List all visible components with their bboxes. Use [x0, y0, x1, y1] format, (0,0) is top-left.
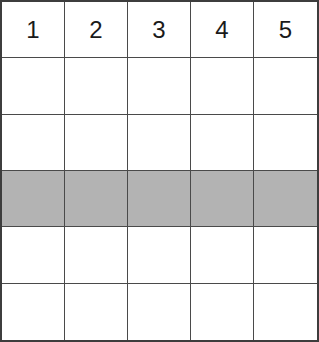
grid-cell-r4-c3[interactable]	[191, 227, 254, 283]
grid-cell-r2-c2[interactable]	[128, 115, 191, 171]
puzzle-grid-board: 12345	[0, 0, 319, 342]
grid-cell-r0-c0[interactable]: 1	[2, 2, 65, 58]
grid-cell-r4-c4[interactable]	[254, 227, 317, 283]
grid-cell-r0-c2[interactable]: 3	[128, 2, 191, 58]
grid-cell-r2-c3[interactable]	[191, 115, 254, 171]
grid-cell-r3-c3[interactable]	[191, 171, 254, 227]
grid-cell-r4-c1[interactable]	[65, 227, 128, 283]
grid-cell-r5-c3[interactable]	[191, 284, 254, 340]
grid-cell-r2-c4[interactable]	[254, 115, 317, 171]
grid-cell-r5-c0[interactable]	[2, 284, 65, 340]
grid-cell-r4-c2[interactable]	[128, 227, 191, 283]
grid-cell-r3-c4[interactable]	[254, 171, 317, 227]
grid-cell-r3-c0[interactable]	[2, 171, 65, 227]
grid-cell-r2-c0[interactable]	[2, 115, 65, 171]
grid-cell-r5-c2[interactable]	[128, 284, 191, 340]
grid-cell-r3-c2[interactable]	[128, 171, 191, 227]
grid-cell-r1-c3[interactable]	[191, 58, 254, 114]
grid-cell-r1-c0[interactable]	[2, 58, 65, 114]
grid-cell-r0-c4[interactable]: 5	[254, 2, 317, 58]
grid-cell-r3-c1[interactable]	[65, 171, 128, 227]
grid-cell-r5-c1[interactable]	[65, 284, 128, 340]
grid-cell-r1-c1[interactable]	[65, 58, 128, 114]
grid-cell-r2-c1[interactable]	[65, 115, 128, 171]
grid-cell-r1-c4[interactable]	[254, 58, 317, 114]
grid-cell-r0-c1[interactable]: 2	[65, 2, 128, 58]
grid-cell-r5-c4[interactable]	[254, 284, 317, 340]
grid-cell-r4-c0[interactable]	[2, 227, 65, 283]
grid-cell-r0-c3[interactable]: 4	[191, 2, 254, 58]
grid-cell-r1-c2[interactable]	[128, 58, 191, 114]
